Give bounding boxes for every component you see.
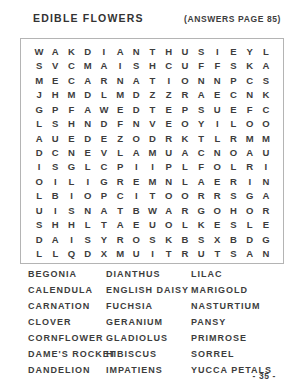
grid-cell: A (193, 87, 209, 101)
grid-cell: L (177, 174, 193, 188)
grid-cell: A (96, 203, 112, 217)
grid-cell: S (193, 44, 209, 58)
word-list-column-3: LILACMARIGOLDNASTURTIUMPANSYPRIMROSESORR… (191, 266, 272, 378)
grid-cell: X (96, 247, 112, 261)
answers-note: (ANSWERS PAGE 85) (184, 14, 281, 24)
grid-cell: U (209, 102, 225, 116)
grid-cell: Y (193, 116, 209, 130)
grid-cell: Z (144, 87, 160, 101)
grid-cell: J (31, 87, 47, 101)
grid-cell: E (209, 218, 225, 232)
grid-cell: U (258, 145, 274, 159)
grid-cell: L (112, 145, 128, 159)
grid-cell: M (242, 131, 258, 145)
word-item: CALENDULA (28, 282, 116, 298)
grid-cell: K (63, 44, 79, 58)
grid-cell: L (242, 218, 258, 232)
grid-cell: G (31, 102, 47, 116)
grid-cell: C (193, 145, 209, 159)
grid-cell: W (31, 44, 47, 58)
grid-cell: P (47, 102, 63, 116)
grid-cell: M (112, 87, 128, 101)
grid-cell: F (112, 116, 128, 130)
grid-cell: A (47, 44, 63, 58)
grid-cell: O (209, 203, 225, 217)
grid-cell: T (112, 203, 128, 217)
grid-cell: T (144, 44, 160, 58)
word-item: HIBISCUS (106, 346, 189, 362)
grid-cell: H (47, 218, 63, 232)
grid-cell: S (128, 58, 144, 72)
word-item: GERANIUM (106, 314, 189, 330)
grid-cell: O (242, 116, 258, 130)
grid-cell: I (47, 203, 63, 217)
grid-cell: R (242, 160, 258, 174)
grid-cell: H (161, 44, 177, 58)
grid-cell: U (144, 218, 160, 232)
grid-cell: R (225, 131, 241, 145)
grid-cell: T (144, 73, 160, 87)
grid-cell: M (31, 73, 47, 87)
grid-cell: P (225, 73, 241, 87)
grid-cell: U (177, 44, 193, 58)
grid-cell: S (225, 189, 241, 203)
grid-cell: A (128, 145, 144, 159)
word-item: BEGONIA (28, 266, 116, 282)
grid-cell: E (47, 73, 63, 87)
grid-cell: O (80, 189, 96, 203)
grid-cell: U (161, 145, 177, 159)
grid-cell: H (63, 116, 79, 130)
grid-cell: A (80, 73, 96, 87)
grid-cell: D (242, 232, 258, 246)
grid-cell: E (161, 116, 177, 130)
word-list-column-2: DIANTHUSENGLISH DAISYFUCHSIAGERANIUMGLAD… (106, 266, 189, 378)
grid-cell: N (80, 116, 96, 130)
grid-cell: Y (242, 44, 258, 58)
grid-cell: N (112, 73, 128, 87)
grid-cell: I (258, 160, 274, 174)
grid-cell: T (96, 218, 112, 232)
grid-cell: A (112, 44, 128, 58)
grid-cell: H (144, 58, 160, 72)
grid-cell: S (225, 247, 241, 261)
word-item: DIANTHUS (106, 266, 189, 282)
puzzle-title: EDIBLE FLOWERS (33, 12, 144, 24)
grid-cell: D (96, 116, 112, 130)
word-item: CORNFLOWER (28, 330, 116, 346)
grid-cell: L (80, 218, 96, 232)
grid-cell: E (161, 102, 177, 116)
grid-cell: L (31, 189, 47, 203)
grid-cell: R (193, 189, 209, 203)
grid-cell: E (225, 102, 241, 116)
grid-cell: B (225, 232, 241, 246)
grid-cell: S (225, 218, 241, 232)
grid-cell: E (258, 218, 274, 232)
grid-cell: O (161, 218, 177, 232)
grid-cell: D (80, 247, 96, 261)
grid-cell: D (128, 102, 144, 116)
grid-cell: L (31, 247, 47, 261)
grid-cell: K (193, 218, 209, 232)
grid-cell: G (242, 189, 258, 203)
grid-cell: O (258, 116, 274, 130)
grid-cell: L (80, 160, 96, 174)
grid-cell: P (112, 160, 128, 174)
grid-cell: O (128, 232, 144, 246)
grid-cell: I (63, 232, 79, 246)
word-item: PANSY (191, 314, 272, 330)
grid-cell: A (242, 145, 258, 159)
grid-cell: S (47, 116, 63, 130)
grid-cell: N (161, 174, 177, 188)
grid-cell: A (177, 145, 193, 159)
grid-cell: D (80, 131, 96, 145)
word-item: FUCHSIA (106, 298, 189, 314)
grid-cell: A (128, 73, 144, 87)
grid-cell: M (63, 87, 79, 101)
grid-cell: T (144, 102, 160, 116)
grid-cell: U (193, 247, 209, 261)
grid-cell: N (128, 116, 144, 130)
grid-cell: A (96, 58, 112, 72)
grid-cell: Z (161, 87, 177, 101)
grid-cell: I (112, 58, 128, 72)
word-item: CARNATION (28, 298, 116, 314)
grid-cell: C (225, 87, 241, 101)
grid-cell: I (31, 160, 47, 174)
grid-cell: L (258, 44, 274, 58)
grid-cell: S (31, 218, 47, 232)
grid-cell: N (242, 87, 258, 101)
word-item: ENGLISH DAISY (106, 282, 189, 298)
grid-cell: X (209, 232, 225, 246)
word-item: MARIGOLD (191, 282, 272, 298)
grid-cell: O (161, 189, 177, 203)
grid-cell: U (177, 58, 193, 72)
grid-cell: M (144, 174, 160, 188)
grid-cell: S (80, 232, 96, 246)
grid-cell: I (144, 247, 160, 261)
grid-cell: T (144, 189, 160, 203)
grid-cell: E (209, 87, 225, 101)
grid-cell: N (209, 73, 225, 87)
grid-cell: L (225, 116, 241, 130)
grid-cell: N (80, 203, 96, 217)
grid-cell: N (63, 145, 79, 159)
grid-cell: C (242, 73, 258, 87)
grid-cell: F (193, 58, 209, 72)
grid-cell: K (258, 87, 274, 101)
word-item: PRIMROSE (191, 330, 272, 346)
grid-cell: D (144, 131, 160, 145)
grid-cell: V (144, 116, 160, 130)
grid-cell: K (177, 131, 193, 145)
grid-cell: S (144, 232, 160, 246)
grid-cell: G (96, 174, 112, 188)
grid-cell: R (177, 203, 193, 217)
grid-cell: W (144, 203, 160, 217)
grid-cell: T (193, 131, 209, 145)
page-header: EDIBLE FLOWERS (ANSWERS PAGE 85) (33, 12, 281, 24)
grid-cell: E (128, 218, 144, 232)
grid-cell: A (31, 131, 47, 145)
grid-cell: E (96, 131, 112, 145)
grid-cell: I (47, 174, 63, 188)
grid-cell: B (47, 189, 63, 203)
grid-cell: M (258, 131, 274, 145)
grid-cell: U (47, 131, 63, 145)
grid-cell: F (63, 102, 79, 116)
grid-cell: L (177, 218, 193, 232)
grid-cell: N (258, 247, 274, 261)
grid-cell: R (96, 73, 112, 87)
word-item: SORREL (191, 346, 272, 362)
grid-cell: E (112, 102, 128, 116)
grid-cell: I (161, 73, 177, 87)
grid-cell: I (128, 160, 144, 174)
grid-cell: A (80, 102, 96, 116)
grid-cell: R (177, 87, 193, 101)
grid-cell: I (96, 44, 112, 58)
grid-cell: A (47, 232, 63, 246)
grid-cell: O (242, 203, 258, 217)
grid-cell: C (112, 189, 128, 203)
word-item: LILAC (191, 266, 272, 282)
grid-cell: R (225, 174, 241, 188)
grid-cell: P (161, 160, 177, 174)
grid-cell: E (128, 174, 144, 188)
grid-cell: C (161, 58, 177, 72)
word-item: IMPATIENS (106, 362, 189, 378)
grid-cell: A (258, 189, 274, 203)
grid-cell: O (177, 73, 193, 87)
grid-cell: E (63, 131, 79, 145)
grid-cell: V (96, 145, 112, 159)
grid-cell: H (47, 87, 63, 101)
grid-cell: Z (112, 131, 128, 145)
grid-cell: F (193, 160, 209, 174)
grid-cell: T (209, 247, 225, 261)
grid-cell: C (47, 145, 63, 159)
grid-cell: R (177, 247, 193, 261)
grid-cell: B (128, 203, 144, 217)
grid-cell: A (193, 174, 209, 188)
grid-cell: U (31, 203, 47, 217)
grid-cell: C (63, 73, 79, 87)
puzzle-page: EDIBLE FLOWERS (ANSWERS PAGE 85) WAKDIAN… (0, 0, 300, 388)
grid-cell: L (225, 160, 241, 174)
grid-cell: O (177, 116, 193, 130)
grid-cell: R (112, 232, 128, 246)
page-number: - 35 - (253, 371, 276, 381)
word-list-column-1: BEGONIACALENDULACARNATIONCLOVERCORNFLOWE… (28, 266, 116, 378)
grid-cell: S (193, 232, 209, 246)
grid-cell: U (128, 247, 144, 261)
grid-cell: C (258, 102, 274, 116)
grid-cell: G (193, 203, 209, 217)
grid-cell: N (209, 145, 225, 159)
grid-cell: P (96, 189, 112, 203)
grid-cell: N (193, 73, 209, 87)
grid-cell: F (242, 102, 258, 116)
grid-cell: A (161, 203, 177, 217)
grid-cell: O (31, 174, 47, 188)
grid-cell: L (177, 160, 193, 174)
grid-cell: D (128, 87, 144, 101)
grid-cell: D (31, 232, 47, 246)
word-item: CLOVER (28, 314, 116, 330)
word-item: GLADIOLUS (106, 330, 189, 346)
grid-cell: C (96, 160, 112, 174)
grid-cell: T (161, 247, 177, 261)
grid-cell: L (96, 87, 112, 101)
grid-cell: S (31, 58, 47, 72)
grid-cell: Y (96, 232, 112, 246)
grid-cell: W (96, 102, 112, 116)
grid-cell: E (225, 44, 241, 58)
grid-cell: B (177, 232, 193, 246)
grid-cell: L (63, 174, 79, 188)
grid-cell: K (242, 58, 258, 72)
grid-cell: I (80, 174, 96, 188)
grid-cell: M (112, 247, 128, 261)
grid-cell: A (258, 58, 274, 72)
grid-cell: C (63, 58, 79, 72)
grid-cell: S (47, 160, 63, 174)
word-search-grid: WAKDIANTHUSIEYLSVCMAISHCUFFSKAMECARNATIO… (20, 38, 284, 264)
grid-cell: G (63, 160, 79, 174)
grid-cell: N (128, 44, 144, 58)
grid-cell: Q (63, 247, 79, 261)
grid-cell: A (112, 218, 128, 232)
grid-cell: N (258, 174, 274, 188)
grid-cell: G (258, 232, 274, 246)
grid-cell: K (161, 232, 177, 246)
grid-cell: I (144, 160, 160, 174)
grid-cell: D (80, 87, 96, 101)
grid-cell: L (47, 247, 63, 261)
grid-cell: R (161, 131, 177, 145)
grid-cell: V (47, 58, 63, 72)
grid-cell: I (63, 189, 79, 203)
grid-cell: S (258, 73, 274, 87)
grid-cell: I (209, 116, 225, 130)
grid-cell: L (31, 116, 47, 130)
grid-cell: H (63, 218, 79, 232)
grid-cell: I (242, 174, 258, 188)
grid-cell: D (31, 145, 47, 159)
grid-cell: M (80, 58, 96, 72)
grid-cell: O (225, 145, 241, 159)
word-item: DAME'S ROCKET (28, 346, 116, 362)
grid-cell: I (128, 189, 144, 203)
grid-cell: S (225, 58, 241, 72)
grid-cell: I (209, 44, 225, 58)
grid-cell: O (177, 189, 193, 203)
grid-cell: R (258, 203, 274, 217)
grid-cell: R (209, 189, 225, 203)
grid-cell: E (80, 145, 96, 159)
grid-cell: L (209, 131, 225, 145)
grid-cell: M (144, 145, 160, 159)
grid-cell: F (209, 58, 225, 72)
grid-cell: H (225, 203, 241, 217)
grid-cell: E (209, 174, 225, 188)
word-item: NASTURTIUM (191, 298, 272, 314)
grid-cell: S (63, 203, 79, 217)
grid-cell: S (193, 102, 209, 116)
grid-cell: O (128, 131, 144, 145)
grid-cell: P (177, 102, 193, 116)
grid-cell: D (80, 44, 96, 58)
grid-cell: A (242, 247, 258, 261)
word-item: DANDELION (28, 362, 116, 378)
grid-cell: R (112, 174, 128, 188)
grid-cell: O (209, 160, 225, 174)
